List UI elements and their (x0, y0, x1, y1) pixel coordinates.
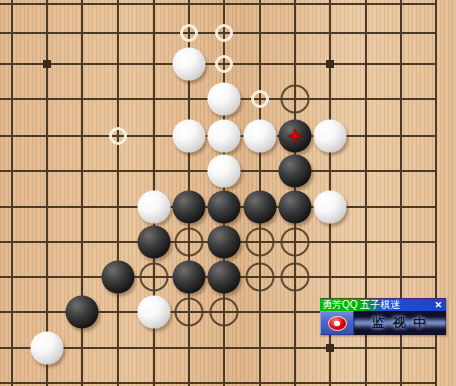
record-icon-dot (334, 321, 340, 326)
status-panel: 监 视 中 (354, 311, 446, 335)
stone-black (279, 191, 312, 224)
stone-black (102, 261, 135, 294)
grid-line-vertical (117, 0, 119, 386)
stone-white (31, 332, 64, 365)
helper-overlay-window: 勇芳QQ 五子棋迷 ✕ 监 视 中 (320, 298, 446, 335)
stone-white (208, 155, 241, 188)
mark-large-circle (281, 263, 310, 292)
stone-black (138, 226, 171, 259)
star-point (326, 344, 334, 352)
stone-black (208, 261, 241, 294)
stone-white (208, 120, 241, 153)
record-button[interactable] (320, 311, 354, 335)
overlay-titlebar[interactable]: 勇芳QQ 五子棋迷 ✕ (320, 298, 446, 311)
stone-black (279, 120, 312, 153)
grid-line-horizontal (0, 3, 437, 5)
stone-black (208, 226, 241, 259)
stone-black (208, 191, 241, 224)
mark-large-circle (210, 298, 239, 327)
stone-white (173, 120, 206, 153)
stone-black (173, 191, 206, 224)
star-point (43, 60, 51, 68)
mark-large-circle (175, 298, 204, 327)
stone-white (244, 120, 277, 153)
record-icon (328, 316, 347, 331)
mark-large-circle (246, 228, 275, 257)
stone-white (138, 191, 171, 224)
mark-large-circle (246, 263, 275, 292)
grid-line-horizontal (0, 347, 437, 349)
mark-small-circle (180, 24, 198, 42)
mark-small-circle (215, 55, 233, 73)
mark-large-circle (281, 85, 310, 114)
stone-white (138, 296, 171, 329)
gomoku-board[interactable]: 勇芳QQ 五子棋迷 ✕ 监 视 中 (0, 0, 456, 386)
grid-line-vertical (46, 0, 48, 386)
last-move-icon (288, 129, 303, 144)
stone-white (314, 120, 347, 153)
stone-white (208, 83, 241, 116)
mark-large-circle (140, 263, 169, 292)
grid-line-horizontal (0, 382, 437, 384)
stone-black (66, 296, 99, 329)
mark-small-circle (109, 127, 127, 145)
stone-white (314, 191, 347, 224)
close-icon[interactable]: ✕ (430, 300, 446, 310)
star-point (326, 60, 334, 68)
mark-large-circle (175, 228, 204, 257)
mark-large-circle (281, 228, 310, 257)
stone-black (173, 261, 206, 294)
stone-black (244, 191, 277, 224)
stone-white (173, 48, 206, 81)
mark-small-circle (251, 90, 269, 108)
stone-black (279, 155, 312, 188)
overlay-title: 勇芳QQ 五子棋迷 (320, 299, 430, 311)
overlay-body: 监 视 中 (320, 311, 446, 335)
mark-small-circle (215, 24, 233, 42)
grid-line-vertical (11, 0, 13, 386)
status-text: 监 视 中 (372, 314, 428, 332)
